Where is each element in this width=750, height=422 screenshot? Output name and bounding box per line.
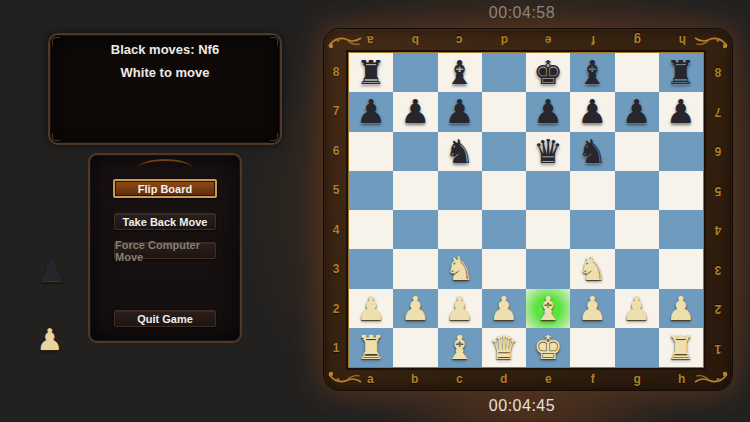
coord-label-c: c	[437, 368, 482, 390]
square-b1[interactable]	[393, 328, 437, 367]
square-b4[interactable]	[393, 210, 437, 249]
rank-labels-right: 87654321	[704, 52, 732, 368]
coord-label-f: f	[571, 29, 616, 52]
square-c3[interactable]: ♞	[438, 249, 482, 288]
square-h2[interactable]: ♟	[659, 289, 703, 328]
square-e3[interactable]	[526, 249, 570, 288]
piece-black-king[interactable]: ♚	[533, 56, 563, 89]
square-e4[interactable]	[526, 210, 570, 249]
captured-white-pawn-icon: ♟	[34, 324, 66, 356]
square-b2[interactable]: ♟	[393, 289, 437, 328]
last-move-text: Black moves: Nf6	[50, 42, 280, 57]
square-g8[interactable]	[615, 53, 659, 92]
square-f5[interactable]	[570, 171, 614, 210]
coord-label-e: e	[526, 29, 571, 52]
coord-label-e: e	[526, 368, 571, 390]
app-window: 00:04:58 00:04:45 Black moves: Nf6 White…	[0, 0, 750, 422]
piece-black-bishop[interactable]: ♝	[578, 56, 608, 89]
piece-white-rook[interactable]: ♜	[666, 331, 696, 364]
piece-black-pawn[interactable]: ♟	[622, 95, 652, 128]
square-a3[interactable]	[349, 249, 393, 288]
panel-corner-decoration	[270, 37, 278, 45]
turn-indicator-text: White to move	[50, 65, 280, 80]
coord-label-d: d	[482, 368, 527, 390]
panel-corner-decoration	[270, 133, 278, 141]
piece-black-knight[interactable]: ♞	[578, 135, 608, 168]
coord-label-7: 7	[704, 92, 732, 132]
piece-white-pawn[interactable]: ♟	[489, 292, 519, 325]
panel-corner-decoration	[52, 37, 60, 45]
coord-label-7: 7	[324, 92, 348, 132]
coord-label-a: a	[348, 368, 393, 390]
square-e1[interactable]: ♚	[526, 328, 570, 367]
chess-board: ♜♝♚♝♜♟♟♟♟♟♟♟♞♛♞♞♞♟♟♟♟♝♟♟♟♜♝♛♚♜	[348, 52, 704, 368]
coord-label-6: 6	[324, 131, 348, 171]
coord-label-3: 3	[324, 250, 348, 290]
square-e5[interactable]	[526, 171, 570, 210]
square-f2[interactable]: ♟	[570, 289, 614, 328]
square-h8[interactable]: ♜	[659, 53, 703, 92]
piece-black-pawn[interactable]: ♟	[356, 95, 386, 128]
piece-white-bishop[interactable]: ♝	[445, 331, 475, 364]
square-b6[interactable]	[393, 132, 437, 171]
square-a6[interactable]	[349, 132, 393, 171]
player-clock: 00:04:45	[422, 397, 622, 415]
square-c4[interactable]	[438, 210, 482, 249]
coord-label-c: c	[437, 29, 482, 52]
opponent-clock: 00:04:58	[422, 4, 622, 22]
square-g7[interactable]: ♟	[615, 92, 659, 131]
square-g2[interactable]: ♟	[615, 289, 659, 328]
piece-white-pawn[interactable]: ♟	[578, 292, 608, 325]
coord-label-6: 6	[704, 131, 732, 171]
piece-black-pawn[interactable]: ♟	[445, 95, 475, 128]
square-b5[interactable]	[393, 171, 437, 210]
square-c1[interactable]: ♝	[438, 328, 482, 367]
move-info-panel: Black moves: Nf6 White to move	[48, 33, 282, 145]
square-d6[interactable]	[482, 132, 526, 171]
coord-label-b: b	[393, 29, 438, 52]
square-g3[interactable]	[615, 249, 659, 288]
coord-label-h: h	[660, 368, 705, 390]
square-c8[interactable]: ♝	[438, 53, 482, 92]
coord-label-1: 1	[704, 329, 732, 369]
coord-label-d: d	[482, 29, 527, 52]
coord-label-f: f	[571, 368, 616, 390]
square-e2[interactable]: ♝	[526, 289, 570, 328]
coord-label-4: 4	[704, 210, 732, 250]
coord-label-b: b	[393, 368, 438, 390]
square-h1[interactable]: ♜	[659, 328, 703, 367]
square-a1[interactable]: ♜	[349, 328, 393, 367]
piece-black-pawn[interactable]: ♟	[666, 95, 696, 128]
rank-labels-left: 87654321	[324, 52, 348, 368]
square-f3[interactable]: ♞	[570, 249, 614, 288]
piece-white-knight[interactable]: ♞	[445, 252, 475, 285]
piece-white-pawn[interactable]: ♟	[445, 292, 475, 325]
piece-white-king[interactable]: ♚	[533, 331, 563, 364]
square-c2[interactable]: ♟	[438, 289, 482, 328]
piece-black-queen[interactable]: ♛	[533, 135, 563, 168]
square-d1[interactable]: ♛	[482, 328, 526, 367]
coord-label-5: 5	[324, 171, 348, 211]
coord-label-2: 2	[324, 289, 348, 329]
force-computer-move-button[interactable]: Force Computer Move	[114, 242, 216, 259]
coord-label-1: 1	[324, 329, 348, 369]
coord-label-8: 8	[324, 52, 348, 92]
square-g5[interactable]	[615, 171, 659, 210]
captured-black-pawn-icon: ♟	[36, 255, 68, 287]
panel-arc-decoration	[138, 159, 192, 168]
square-h3[interactable]	[659, 249, 703, 288]
piece-white-pawn[interactable]: ♟	[401, 292, 431, 325]
coord-label-4: 4	[324, 210, 348, 250]
chess-board-frame: abcdefgh 87654321 87654321 abcdefgh ♜♝♚♝…	[324, 29, 732, 390]
piece-white-rook[interactable]: ♜	[356, 331, 386, 364]
coord-label-h: h	[660, 29, 705, 52]
square-b3[interactable]	[393, 249, 437, 288]
piece-white-queen[interactable]: ♛	[489, 331, 519, 364]
square-e6[interactable]: ♛	[526, 132, 570, 171]
square-b8[interactable]	[393, 53, 437, 92]
square-a8[interactable]: ♜	[349, 53, 393, 92]
coord-label-3: 3	[704, 250, 732, 290]
square-a7[interactable]: ♟	[349, 92, 393, 131]
file-labels-bottom: abcdefgh	[348, 368, 704, 390]
square-e7[interactable]: ♟	[526, 92, 570, 131]
square-d2[interactable]: ♟	[482, 289, 526, 328]
square-h5[interactable]	[659, 171, 703, 210]
piece-black-rook[interactable]: ♜	[356, 56, 386, 89]
square-b7[interactable]: ♟	[393, 92, 437, 131]
piece-black-pawn[interactable]: ♟	[533, 95, 563, 128]
piece-black-pawn[interactable]: ♟	[578, 95, 608, 128]
take-back-move-button[interactable]: Take Back Move	[114, 213, 216, 230]
square-f8[interactable]: ♝	[570, 53, 614, 92]
square-d3[interactable]	[482, 249, 526, 288]
piece-black-knight[interactable]: ♞	[445, 135, 475, 168]
piece-white-bishop[interactable]: ♝	[533, 292, 563, 325]
square-g4[interactable]	[615, 210, 659, 249]
square-f4[interactable]	[570, 210, 614, 249]
piece-white-pawn[interactable]: ♟	[666, 292, 696, 325]
piece-white-pawn[interactable]: ♟	[356, 292, 386, 325]
square-d7[interactable]	[482, 92, 526, 131]
piece-white-pawn[interactable]: ♟	[622, 292, 652, 325]
square-f7[interactable]: ♟	[570, 92, 614, 131]
square-g6[interactable]	[615, 132, 659, 171]
square-f1[interactable]	[570, 328, 614, 367]
coord-label-5: 5	[704, 171, 732, 211]
panel-corner-decoration	[52, 133, 60, 141]
coord-label-g: g	[615, 368, 660, 390]
coord-label-g: g	[615, 29, 660, 52]
flip-board-button[interactable]: Flip Board	[113, 179, 217, 198]
square-d8[interactable]	[482, 53, 526, 92]
square-c5[interactable]	[438, 171, 482, 210]
game-menu-panel: Flip Board Take Back Move Force Computer…	[88, 153, 242, 343]
piece-black-rook[interactable]: ♜	[666, 56, 696, 89]
board-grid: ♜♝♚♝♜♟♟♟♟♟♟♟♞♛♞♞♞♟♟♟♟♝♟♟♟♜♝♛♚♜	[349, 53, 703, 367]
square-a5[interactable]	[349, 171, 393, 210]
coord-label-2: 2	[704, 289, 732, 329]
square-c6[interactable]: ♞	[438, 132, 482, 171]
square-h6[interactable]	[659, 132, 703, 171]
square-h4[interactable]	[659, 210, 703, 249]
square-d5[interactable]	[482, 171, 526, 210]
piece-white-knight[interactable]: ♞	[578, 252, 608, 285]
square-f6[interactable]: ♞	[570, 132, 614, 171]
square-g1[interactable]	[615, 328, 659, 367]
square-h7[interactable]: ♟	[659, 92, 703, 131]
coord-label-a: a	[348, 29, 393, 52]
piece-black-bishop[interactable]: ♝	[445, 56, 475, 89]
quit-game-button[interactable]: Quit Game	[114, 310, 216, 327]
piece-black-pawn[interactable]: ♟	[401, 95, 431, 128]
square-c7[interactable]: ♟	[438, 92, 482, 131]
square-a4[interactable]	[349, 210, 393, 249]
file-labels-top: abcdefgh	[348, 29, 704, 52]
square-e8[interactable]: ♚	[526, 53, 570, 92]
square-a2[interactable]: ♟	[349, 289, 393, 328]
coord-label-8: 8	[704, 52, 732, 92]
square-d4[interactable]	[482, 210, 526, 249]
